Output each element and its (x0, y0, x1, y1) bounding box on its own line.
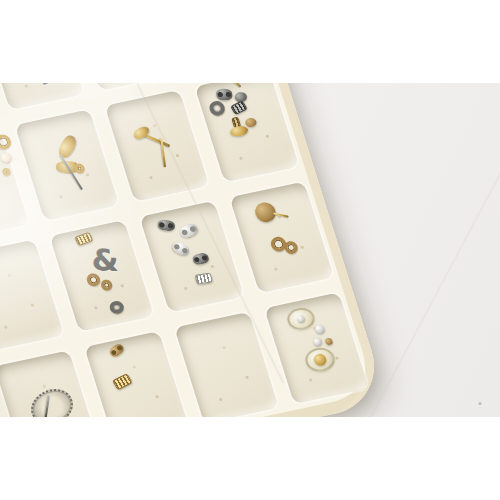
tray-cell-r3c3: & (50, 220, 154, 332)
filigree-buckle (23, 382, 80, 417)
photo-canvas: §§& (0, 0, 500, 500)
gold-hoop-earring (0, 133, 13, 150)
gold-filigree-wing (54, 133, 80, 160)
silver-knurled-cylinder (194, 273, 212, 285)
tray-cell-r4c4 (174, 312, 278, 417)
gold-bead (324, 337, 333, 345)
tray-cell-r4c5 (264, 292, 368, 404)
brass-loop-small (99, 279, 113, 292)
tray-cell-r2c4 (105, 90, 209, 202)
tray-cell-r1c3: § (0, 83, 84, 110)
tray-cell-r2c3 (15, 109, 119, 221)
tray-grid: §§& (0, 83, 369, 417)
steel-washer (108, 300, 126, 315)
steel-watch-clamp (215, 89, 232, 101)
tray-cell-r1c4 (70, 83, 174, 91)
bronze-clutch (108, 342, 126, 359)
steel-scroll-clip: § (30, 83, 54, 88)
tray-cell-r3c2: § (0, 240, 64, 352)
tray-cell-r2c5 (195, 83, 299, 182)
steel-clutch-2 (191, 252, 210, 266)
gold-pin-short (273, 212, 288, 217)
tray-cell-r4c3 (84, 331, 188, 417)
steel-clutch (157, 219, 175, 231)
tray-cell-r3c4 (140, 201, 244, 313)
steel-gear-barrel (208, 100, 227, 117)
parts-tray: §§& (0, 83, 388, 417)
silver-ball-2 (313, 337, 323, 346)
gold-hook (1, 167, 11, 176)
photo-area: §§& (0, 83, 500, 417)
brass-pedestal-disc (229, 125, 250, 138)
silver-clutch (177, 222, 199, 240)
silver-ball (314, 324, 326, 334)
gold-coil (73, 163, 86, 175)
tray-cell-r4c2 (0, 350, 99, 417)
steel-block (230, 100, 248, 115)
gold-ridged-clutch-2 (112, 373, 133, 390)
silver-clutch-2 (171, 240, 191, 257)
steel-wire-clip: & (91, 246, 119, 277)
tray-cell-r3c5 (230, 182, 334, 294)
brass-ring-2 (283, 240, 300, 255)
gold-pin-tip (228, 83, 241, 88)
pearl-bead (0, 152, 12, 164)
